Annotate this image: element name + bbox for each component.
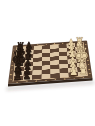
black-rook-piece: ♜ <box>12 70 22 81</box>
black-pawn-piece: ♟ <box>23 71 32 81</box>
chess-set-product-photo: 8877665544332211aabbccddeeffgghh ♜♟♟♜♞♟♟… <box>0 0 95 126</box>
white-pawn-piece: ♟ <box>69 68 78 78</box>
white-rook-piece: ♜ <box>78 66 88 77</box>
